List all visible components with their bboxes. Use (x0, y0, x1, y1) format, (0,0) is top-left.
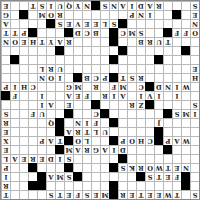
letter-cell[interactable]: A (55, 37, 64, 46)
letter-cell[interactable]: W (181, 82, 190, 91)
empty-cell[interactable] (136, 64, 145, 73)
letter-cell[interactable]: S (1, 109, 10, 118)
letter-cell[interactable]: I (136, 91, 145, 100)
letter-cell[interactable]: F (82, 91, 91, 100)
letter-cell[interactable]: O (10, 37, 19, 46)
empty-cell[interactable] (73, 154, 82, 163)
letter-cell[interactable]: O (46, 73, 55, 82)
empty-cell[interactable] (46, 55, 55, 64)
empty-cell[interactable] (145, 154, 154, 163)
letter-cell[interactable]: E (64, 190, 73, 199)
empty-cell[interactable] (64, 46, 73, 55)
letter-cell[interactable]: N (181, 163, 190, 172)
empty-cell[interactable] (127, 127, 136, 136)
letter-cell[interactable]: I (190, 109, 199, 118)
letter-cell[interactable]: S (145, 172, 154, 181)
empty-cell[interactable] (163, 181, 172, 190)
letter-cell[interactable]: I (82, 118, 91, 127)
letter-cell[interactable]: R (28, 154, 37, 163)
empty-cell[interactable] (136, 154, 145, 163)
letter-cell[interactable]: D (118, 145, 127, 154)
empty-cell[interactable] (1, 73, 10, 82)
letter-cell[interactable]: I (145, 10, 154, 19)
letter-cell[interactable]: C (91, 73, 100, 82)
empty-cell[interactable] (82, 154, 91, 163)
empty-cell[interactable] (82, 64, 91, 73)
empty-cell[interactable] (82, 82, 91, 91)
letter-cell[interactable]: D (73, 28, 82, 37)
empty-cell[interactable] (145, 181, 154, 190)
letter-cell[interactable]: I (37, 100, 46, 109)
letter-cell[interactable]: C (82, 28, 91, 37)
empty-cell[interactable] (145, 118, 154, 127)
letter-cell[interactable]: T (118, 73, 127, 82)
empty-cell[interactable] (28, 190, 37, 199)
empty-cell[interactable] (19, 91, 28, 100)
letter-cell[interactable]: M (181, 109, 190, 118)
letter-cell[interactable]: P (1, 82, 10, 91)
empty-cell[interactable] (154, 145, 163, 154)
empty-cell[interactable] (172, 1, 181, 10)
letter-cell[interactable]: P (163, 136, 172, 145)
empty-cell[interactable] (100, 28, 109, 37)
letter-cell[interactable]: M (73, 82, 82, 91)
letter-cell[interactable]: N (136, 10, 145, 19)
letter-cell[interactable]: F (28, 109, 37, 118)
empty-cell[interactable] (190, 91, 199, 100)
empty-cell[interactable] (46, 28, 55, 37)
letter-cell[interactable]: E (1, 1, 10, 10)
empty-cell[interactable] (100, 10, 109, 19)
letter-cell[interactable]: Y (46, 37, 55, 46)
empty-cell[interactable] (172, 55, 181, 64)
letter-cell[interactable]: L (100, 19, 109, 28)
letter-cell[interactable]: H (190, 73, 199, 82)
empty-cell[interactable] (28, 91, 37, 100)
empty-cell[interactable] (64, 118, 73, 127)
empty-cell[interactable] (46, 82, 55, 91)
empty-cell[interactable] (1, 64, 10, 73)
letter-cell[interactable]: X (1, 136, 10, 145)
empty-cell[interactable] (100, 181, 109, 190)
letter-cell[interactable]: C (28, 82, 37, 91)
empty-cell[interactable] (37, 163, 46, 172)
letter-cell[interactable]: R (145, 37, 154, 46)
letter-cell[interactable]: N (37, 73, 46, 82)
letter-cell[interactable]: S (100, 1, 109, 10)
letter-cell[interactable]: R (1, 181, 10, 190)
empty-cell[interactable] (100, 37, 109, 46)
empty-cell[interactable] (136, 145, 145, 154)
empty-cell[interactable] (163, 154, 172, 163)
empty-cell[interactable] (127, 55, 136, 64)
empty-cell[interactable] (163, 127, 172, 136)
empty-cell[interactable] (73, 163, 82, 172)
letter-cell[interactable]: O (127, 136, 136, 145)
empty-cell[interactable] (127, 145, 136, 154)
letter-cell[interactable]: J (154, 118, 163, 127)
empty-cell[interactable] (37, 127, 46, 136)
letter-cell[interactable]: E (1, 127, 10, 136)
empty-cell[interactable] (181, 118, 190, 127)
letter-cell[interactable]: S (37, 1, 46, 10)
empty-cell[interactable] (190, 55, 199, 64)
letter-cell[interactable]: I (1, 172, 10, 181)
empty-cell[interactable] (127, 181, 136, 190)
empty-cell[interactable] (91, 91, 100, 100)
empty-cell[interactable] (10, 118, 19, 127)
empty-cell[interactable] (10, 10, 19, 19)
empty-cell[interactable] (118, 64, 127, 73)
empty-cell[interactable] (172, 154, 181, 163)
letter-cell[interactable]: B (82, 73, 91, 82)
empty-cell[interactable] (82, 172, 91, 181)
letter-cell[interactable]: P (19, 28, 28, 37)
letter-cell[interactable]: R (127, 100, 136, 109)
empty-cell[interactable] (1, 55, 10, 64)
letter-cell[interactable]: E (91, 19, 100, 28)
letter-cell[interactable]: E (1, 145, 10, 154)
letter-cell[interactable]: V (145, 91, 154, 100)
letter-cell[interactable]: O (190, 28, 199, 37)
empty-cell[interactable] (100, 172, 109, 181)
empty-cell[interactable] (73, 64, 82, 73)
empty-cell[interactable] (109, 127, 118, 136)
letter-cell[interactable]: N (109, 1, 118, 10)
letter-cell[interactable]: S (127, 73, 136, 82)
letter-cell[interactable]: I (109, 145, 118, 154)
letter-cell[interactable]: T (154, 172, 163, 181)
letter-cell[interactable]: C (145, 136, 154, 145)
empty-cell[interactable] (181, 73, 190, 82)
letter-cell[interactable]: D (136, 1, 145, 10)
letter-cell[interactable]: P (37, 136, 46, 145)
letter-cell[interactable]: N (1, 37, 10, 46)
empty-cell[interactable] (73, 55, 82, 64)
empty-cell[interactable] (172, 19, 181, 28)
empty-cell[interactable] (136, 109, 145, 118)
empty-cell[interactable] (82, 109, 91, 118)
letter-cell[interactable]: C (118, 28, 127, 37)
empty-cell[interactable] (181, 1, 190, 10)
letter-cell[interactable]: E (73, 91, 82, 100)
letter-cell[interactable]: I (127, 1, 136, 10)
empty-cell[interactable] (10, 181, 19, 190)
letter-cell[interactable]: A (10, 154, 19, 163)
empty-cell[interactable] (55, 109, 64, 118)
letter-cell[interactable]: R (82, 145, 91, 154)
letter-cell[interactable]: R (154, 1, 163, 10)
empty-cell[interactable] (55, 91, 64, 100)
empty-cell[interactable] (181, 154, 190, 163)
letter-cell[interactable]: W (181, 136, 190, 145)
empty-cell[interactable] (55, 181, 64, 190)
letter-cell[interactable]: N (73, 118, 82, 127)
empty-cell[interactable] (10, 19, 19, 28)
empty-cell[interactable] (127, 19, 136, 28)
empty-cell[interactable] (37, 118, 46, 127)
empty-cell[interactable] (172, 64, 181, 73)
letter-cell[interactable]: T (163, 37, 172, 46)
letter-cell[interactable]: S (190, 100, 199, 109)
letter-cell[interactable]: F (172, 28, 181, 37)
empty-cell[interactable] (118, 55, 127, 64)
empty-cell[interactable] (19, 1, 28, 10)
letter-cell[interactable]: R (46, 64, 55, 73)
empty-cell[interactable] (100, 100, 109, 109)
empty-cell[interactable] (181, 19, 190, 28)
letter-cell[interactable]: R (55, 10, 64, 19)
empty-cell[interactable] (19, 136, 28, 145)
empty-cell[interactable] (163, 19, 172, 28)
empty-cell[interactable] (181, 37, 190, 46)
empty-cell[interactable] (163, 64, 172, 73)
letter-cell[interactable]: I (55, 73, 64, 82)
empty-cell[interactable] (55, 100, 64, 109)
empty-cell[interactable] (10, 46, 19, 55)
empty-cell[interactable] (172, 145, 181, 154)
letter-cell[interactable]: O (73, 136, 82, 145)
empty-cell[interactable] (181, 91, 190, 100)
empty-cell[interactable] (82, 37, 91, 46)
empty-cell[interactable] (91, 154, 100, 163)
empty-cell[interactable] (163, 46, 172, 55)
empty-cell[interactable] (190, 127, 199, 136)
letter-cell[interactable]: R (100, 91, 109, 100)
letter-cell[interactable]: T (37, 37, 46, 46)
letter-cell[interactable]: A (64, 127, 73, 136)
empty-cell[interactable] (1, 100, 10, 109)
empty-cell[interactable] (91, 163, 100, 172)
empty-cell[interactable] (28, 73, 37, 82)
empty-cell[interactable] (127, 64, 136, 73)
letter-cell[interactable]: S (109, 19, 118, 28)
empty-cell[interactable] (127, 91, 136, 100)
letter-cell[interactable]: M (64, 145, 73, 154)
empty-cell[interactable] (145, 127, 154, 136)
empty-cell[interactable] (19, 145, 28, 154)
empty-cell[interactable] (37, 55, 46, 64)
empty-cell[interactable] (46, 91, 55, 100)
empty-cell[interactable] (109, 64, 118, 73)
empty-cell[interactable] (28, 19, 37, 28)
letter-cell[interactable]: T (1, 28, 10, 37)
letter-cell[interactable]: U (154, 37, 163, 46)
letter-cell[interactable]: S (64, 154, 73, 163)
letter-cell[interactable]: D (46, 154, 55, 163)
empty-cell[interactable] (19, 172, 28, 181)
empty-cell[interactable] (172, 73, 181, 82)
letter-cell[interactable]: A (46, 172, 55, 181)
empty-cell[interactable] (127, 154, 136, 163)
empty-cell[interactable] (136, 19, 145, 28)
letter-cell[interactable]: L (91, 127, 100, 136)
empty-cell[interactable] (28, 118, 37, 127)
empty-cell[interactable] (10, 163, 19, 172)
letter-cell[interactable]: I (37, 91, 46, 100)
letter-cell[interactable]: T (82, 127, 91, 136)
letter-cell[interactable]: R (64, 37, 73, 46)
empty-cell[interactable] (190, 118, 199, 127)
empty-cell[interactable] (181, 190, 190, 199)
empty-cell[interactable] (1, 46, 10, 55)
letter-cell[interactable]: M (118, 82, 127, 91)
letter-cell[interactable]: S (190, 1, 199, 10)
empty-cell[interactable] (109, 172, 118, 181)
empty-cell[interactable] (154, 19, 163, 28)
letter-cell[interactable]: R (1, 118, 10, 127)
letter-cell[interactable]: I (172, 82, 181, 91)
empty-cell[interactable] (91, 181, 100, 190)
letter-cell[interactable]: W (163, 190, 172, 199)
letter-cell[interactable]: L (1, 154, 10, 163)
empty-cell[interactable] (46, 163, 55, 172)
letter-cell[interactable]: M (37, 10, 46, 19)
letter-cell[interactable]: I (10, 82, 19, 91)
empty-cell[interactable] (28, 64, 37, 73)
letter-cell[interactable]: R (91, 82, 100, 91)
empty-cell[interactable] (136, 181, 145, 190)
empty-cell[interactable] (154, 46, 163, 55)
letter-cell[interactable]: E (163, 172, 172, 181)
empty-cell[interactable] (145, 55, 154, 64)
empty-cell[interactable] (163, 91, 172, 100)
empty-cell[interactable] (64, 64, 73, 73)
empty-cell[interactable] (19, 73, 28, 82)
empty-cell[interactable] (145, 109, 154, 118)
empty-cell[interactable] (127, 46, 136, 55)
letter-cell[interactable]: T (10, 28, 19, 37)
empty-cell[interactable] (37, 190, 46, 199)
empty-cell[interactable] (100, 46, 109, 55)
empty-cell[interactable] (55, 55, 64, 64)
letter-cell[interactable]: S (82, 190, 91, 199)
letter-cell[interactable]: T (136, 190, 145, 199)
letter-cell[interactable]: T (28, 1, 37, 10)
empty-cell[interactable] (73, 10, 82, 19)
empty-cell[interactable] (190, 82, 199, 91)
empty-cell[interactable] (10, 190, 19, 199)
letter-cell[interactable]: T (55, 190, 64, 199)
empty-cell[interactable] (19, 163, 28, 172)
letter-cell[interactable]: G (64, 82, 73, 91)
empty-cell[interactable] (91, 64, 100, 73)
letter-cell[interactable]: E (19, 154, 28, 163)
letter-cell[interactable]: A (172, 136, 181, 145)
empty-cell[interactable] (163, 10, 172, 19)
letter-cell[interactable]: L (82, 136, 91, 145)
empty-cell[interactable] (73, 37, 82, 46)
letter-cell[interactable]: N (190, 19, 199, 28)
empty-cell[interactable] (46, 109, 55, 118)
letter-cell[interactable]: M (55, 172, 64, 181)
empty-cell[interactable] (64, 73, 73, 82)
letter-cell[interactable]: N (82, 1, 91, 10)
letter-cell[interactable]: S (136, 28, 145, 37)
empty-cell[interactable] (109, 154, 118, 163)
empty-cell[interactable] (73, 181, 82, 190)
empty-cell[interactable] (10, 136, 19, 145)
empty-cell[interactable] (145, 19, 154, 28)
empty-cell[interactable] (55, 28, 64, 37)
empty-cell[interactable] (136, 55, 145, 64)
letter-cell[interactable]: S (64, 172, 73, 181)
empty-cell[interactable] (145, 28, 154, 37)
empty-cell[interactable] (181, 64, 190, 73)
empty-cell[interactable] (19, 118, 28, 127)
empty-cell[interactable] (10, 1, 19, 10)
letter-cell[interactable]: G (91, 145, 100, 154)
empty-cell[interactable] (172, 118, 181, 127)
empty-cell[interactable] (172, 181, 181, 190)
letter-cell[interactable]: T (55, 136, 64, 145)
empty-cell[interactable] (82, 100, 91, 109)
empty-cell[interactable] (163, 100, 172, 109)
letter-cell[interactable]: E (91, 190, 100, 199)
empty-cell[interactable] (91, 172, 100, 181)
empty-cell[interactable] (118, 10, 127, 19)
letter-cell[interactable]: U (55, 64, 64, 73)
empty-cell[interactable] (28, 136, 37, 145)
letter-cell[interactable]: E (154, 190, 163, 199)
letter-cell[interactable]: O (46, 10, 55, 19)
letter-cell[interactable]: P (118, 136, 127, 145)
letter-cell[interactable]: I (55, 154, 64, 163)
empty-cell[interactable] (127, 82, 136, 91)
letter-cell[interactable]: F (73, 190, 82, 199)
empty-cell[interactable] (190, 145, 199, 154)
letter-cell[interactable]: E (64, 100, 73, 109)
letter-cell[interactable]: E (172, 163, 181, 172)
empty-cell[interactable] (100, 154, 109, 163)
empty-cell[interactable] (127, 109, 136, 118)
empty-cell[interactable] (100, 136, 109, 145)
empty-cell[interactable] (82, 181, 91, 190)
letter-cell[interactable]: O (145, 163, 154, 172)
letter-cell[interactable]: A (1, 19, 10, 28)
empty-cell[interactable] (91, 136, 100, 145)
empty-cell[interactable] (172, 100, 181, 109)
empty-cell[interactable] (100, 118, 109, 127)
letter-cell[interactable]: E (82, 19, 91, 28)
letter-cell[interactable]: F (181, 28, 190, 37)
letter-cell[interactable]: Z (136, 100, 145, 109)
empty-cell[interactable] (46, 145, 55, 154)
empty-cell[interactable] (46, 46, 55, 55)
empty-cell[interactable] (154, 109, 163, 118)
letter-cell[interactable]: A (46, 136, 55, 145)
letter-cell[interactable]: H (28, 37, 37, 46)
letter-cell[interactable]: A (73, 145, 82, 154)
letter-cell[interactable]: H (19, 82, 28, 91)
empty-cell[interactable] (10, 109, 19, 118)
empty-cell[interactable] (190, 163, 199, 172)
empty-cell[interactable] (73, 109, 82, 118)
empty-cell[interactable] (19, 64, 28, 73)
empty-cell[interactable] (19, 55, 28, 64)
empty-cell[interactable] (10, 127, 19, 136)
empty-cell[interactable] (181, 10, 190, 19)
empty-cell[interactable] (91, 46, 100, 55)
empty-cell[interactable] (28, 55, 37, 64)
letter-cell[interactable]: I (46, 1, 55, 10)
empty-cell[interactable] (118, 181, 127, 190)
empty-cell[interactable] (100, 64, 109, 73)
empty-cell[interactable] (181, 100, 190, 109)
letter-cell[interactable]: E (190, 10, 199, 19)
empty-cell[interactable] (82, 55, 91, 64)
letter-cell[interactable]: A (46, 100, 55, 109)
